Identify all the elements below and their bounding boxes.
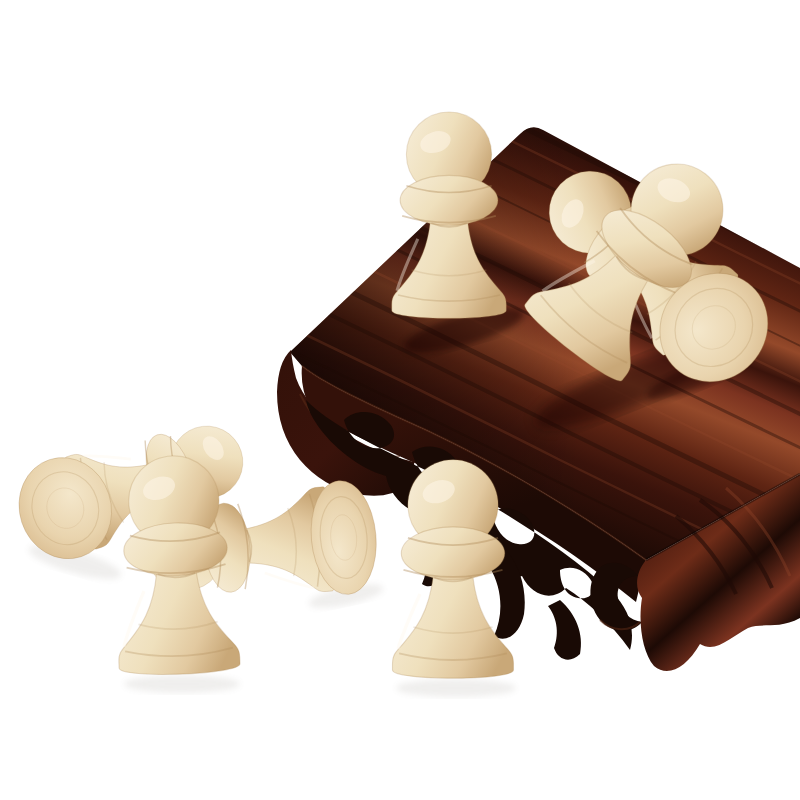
pawn-front-upright <box>393 460 514 678</box>
pawn-collar <box>401 527 504 580</box>
chess-pawns-photo <box>0 0 800 800</box>
product-photo-stage <box>0 0 800 800</box>
pawn-collar <box>400 175 498 225</box>
floor-shadow-2 <box>124 675 240 693</box>
floor-shadow-4 <box>396 679 516 697</box>
pawn-stand-upright <box>392 112 506 318</box>
